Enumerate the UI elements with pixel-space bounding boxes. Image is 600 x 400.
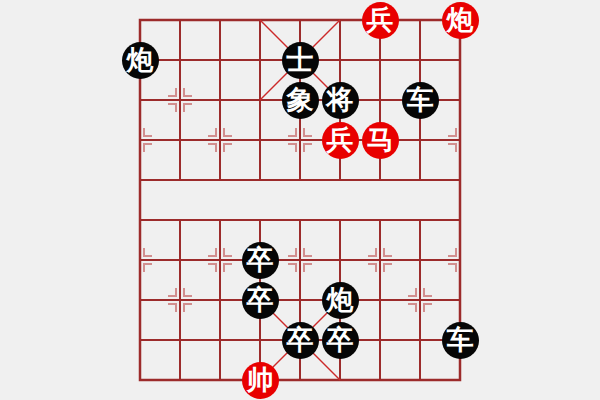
black-soldier[interactable]: 卒 [322, 322, 359, 359]
red-general[interactable]: 帅 [242, 362, 279, 399]
board-intersections: 兵炮炮士象将车兵马卒卒炮卒卒车帅 [120, 0, 480, 400]
black-cannon[interactable]: 炮 [322, 282, 359, 319]
black-soldier[interactable]: 卒 [242, 242, 279, 279]
black-general[interactable]: 将 [322, 82, 359, 119]
red-soldier[interactable]: 兵 [322, 122, 359, 159]
black-chariot[interactable]: 车 [402, 82, 439, 119]
red-horse[interactable]: 马 [362, 122, 399, 159]
black-chariot[interactable]: 车 [442, 322, 479, 359]
black-soldier[interactable]: 卒 [282, 322, 319, 359]
black-elephant[interactable]: 象 [282, 82, 319, 119]
xiangqi-board: 兵炮炮士象将车兵马卒卒炮卒卒车帅 [0, 0, 600, 400]
black-advisor[interactable]: 士 [282, 42, 319, 79]
red-soldier[interactable]: 兵 [362, 2, 399, 39]
black-cannon[interactable]: 炮 [122, 42, 159, 79]
red-cannon[interactable]: 炮 [442, 2, 479, 39]
black-soldier[interactable]: 卒 [242, 282, 279, 319]
